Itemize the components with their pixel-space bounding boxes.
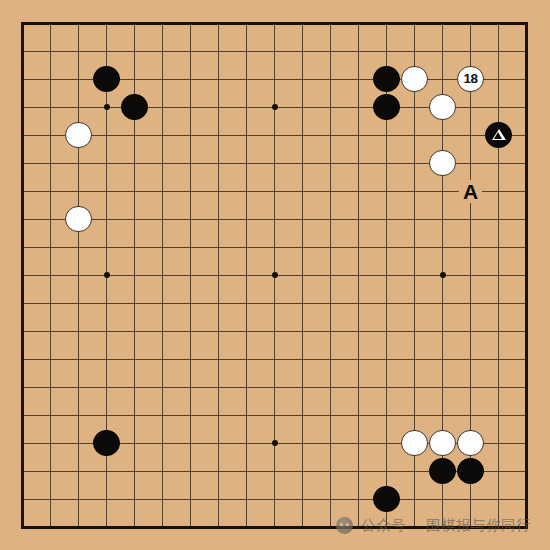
triangle-mark-inner [494, 132, 502, 139]
go-board: 18A [9, 9, 541, 541]
board-intersection [429, 149, 457, 177]
board-intersection [457, 429, 485, 457]
move-number-label: 18 [463, 72, 477, 86]
go-diagram-screenshot: 18A 公众号 围棋报与你同行 [0, 0, 550, 550]
board-intersection [429, 457, 457, 485]
black-stone [429, 458, 456, 485]
white-stone [429, 94, 456, 121]
white-stone [429, 430, 456, 457]
board-intersection [93, 65, 121, 93]
white-stone [65, 206, 92, 233]
black-stone [457, 458, 484, 485]
board-intersection: 18 [457, 65, 485, 93]
black-stone-triangle-marked [485, 122, 512, 149]
board-intersection [457, 457, 485, 485]
black-stone [121, 94, 148, 121]
annotation-intersection: A [457, 177, 485, 205]
white-stone-numbered-18: 18 [457, 66, 484, 93]
watermark: 公众号 围棋报与你同行 [336, 515, 531, 535]
board-intersection [93, 429, 121, 457]
white-stone [65, 122, 92, 149]
board-intersection [121, 93, 149, 121]
board-intersection [65, 205, 93, 233]
white-stone [457, 430, 484, 457]
black-stone [93, 66, 120, 93]
board-intersection [485, 121, 513, 149]
white-stone [401, 66, 428, 93]
board-intersection [373, 485, 401, 513]
black-stone [373, 94, 400, 121]
triangle-mark-icon [492, 129, 506, 140]
board-intersection [401, 65, 429, 93]
white-stone [429, 150, 456, 177]
letter-annotation-A: A [459, 180, 482, 203]
board-intersection [373, 93, 401, 121]
black-stone [93, 430, 120, 457]
black-stone [373, 486, 400, 513]
board-intersection [65, 121, 93, 149]
wechat-logo-icon [336, 517, 353, 534]
white-stone [401, 430, 428, 457]
board-intersection [429, 93, 457, 121]
board-intersection [401, 429, 429, 457]
watermark-account-label: 公众号 [361, 516, 406, 535]
watermark-account-name: 围棋报与你同行 [426, 516, 531, 535]
black-stone [373, 66, 400, 93]
board-intersection [373, 65, 401, 93]
board-intersection [429, 429, 457, 457]
